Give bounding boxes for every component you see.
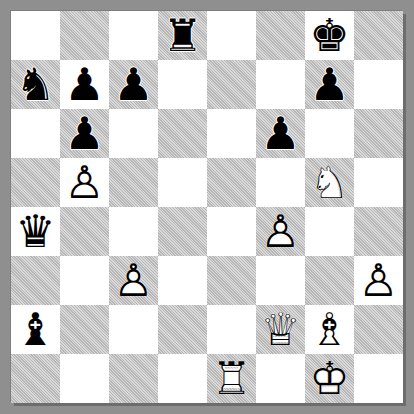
piece-black-queen-a4[interactable]: ♛ xyxy=(11,207,60,256)
square-e6[interactable] xyxy=(207,109,256,158)
chess-board-frame: ♜♚♞♟♟♟♟♟♟♙♞♘♛♟♙♟♙♟♙♝♛♕♝♗♜♖♚♔ xyxy=(0,0,414,414)
square-c2[interactable] xyxy=(109,305,158,354)
square-d1[interactable] xyxy=(158,354,207,403)
chess-board: ♜♚♞♟♟♟♟♟♟♙♞♘♛♟♙♟♙♟♙♝♛♕♝♗♜♖♚♔ xyxy=(11,11,403,403)
square-c7[interactable]: ♟ xyxy=(109,60,158,109)
square-d2[interactable] xyxy=(158,305,207,354)
square-c3[interactable]: ♟♙ xyxy=(109,256,158,305)
square-e5[interactable] xyxy=(207,158,256,207)
square-a1[interactable] xyxy=(11,354,60,403)
square-c5[interactable] xyxy=(109,158,158,207)
square-a3[interactable] xyxy=(11,256,60,305)
square-b8[interactable] xyxy=(60,11,109,60)
square-g5[interactable]: ♞♘ xyxy=(305,158,354,207)
square-g7[interactable]: ♟ xyxy=(305,60,354,109)
square-h8[interactable] xyxy=(354,11,403,60)
piece-black-king-g8[interactable]: ♚ xyxy=(305,11,354,60)
piece-black-pawn-f6[interactable]: ♟ xyxy=(256,109,305,158)
square-e2[interactable] xyxy=(207,305,256,354)
piece-black-pawn-g7[interactable]: ♟ xyxy=(305,60,354,109)
piece-black-knight-a7[interactable]: ♞ xyxy=(11,60,60,109)
square-h4[interactable] xyxy=(354,207,403,256)
square-b3[interactable] xyxy=(60,256,109,305)
square-g2[interactable]: ♝♗ xyxy=(305,305,354,354)
piece-black-pawn-b7[interactable]: ♟ xyxy=(60,60,109,109)
square-f1[interactable] xyxy=(256,354,305,403)
piece-black-pawn-c7[interactable]: ♟ xyxy=(109,60,158,109)
square-a8[interactable] xyxy=(11,11,60,60)
square-a6[interactable] xyxy=(11,109,60,158)
piece-black-rook-d8[interactable]: ♜ xyxy=(158,11,207,60)
piece-black-bishop-a2[interactable]: ♝ xyxy=(11,305,60,354)
piece-white-pawn-f4[interactable]: ♙ xyxy=(256,207,305,256)
piece-white-rook-e1[interactable]: ♖ xyxy=(207,354,256,403)
square-e3[interactable] xyxy=(207,256,256,305)
square-c8[interactable] xyxy=(109,11,158,60)
piece-black-pawn-b6[interactable]: ♟ xyxy=(60,109,109,158)
square-h7[interactable] xyxy=(354,60,403,109)
square-g4[interactable] xyxy=(305,207,354,256)
square-g1[interactable]: ♚♔ xyxy=(305,354,354,403)
square-g8[interactable]: ♚ xyxy=(305,11,354,60)
square-f4[interactable]: ♟♙ xyxy=(256,207,305,256)
square-c4[interactable] xyxy=(109,207,158,256)
piece-white-pawn-h3[interactable]: ♙ xyxy=(354,256,403,305)
piece-white-queen-f2[interactable]: ♕ xyxy=(256,305,305,354)
square-d3[interactable] xyxy=(158,256,207,305)
square-g3[interactable] xyxy=(305,256,354,305)
square-c1[interactable] xyxy=(109,354,158,403)
square-f7[interactable] xyxy=(256,60,305,109)
piece-white-pawn-c3[interactable]: ♙ xyxy=(109,256,158,305)
square-h2[interactable] xyxy=(354,305,403,354)
square-e7[interactable] xyxy=(207,60,256,109)
square-h3[interactable]: ♟♙ xyxy=(354,256,403,305)
square-b4[interactable] xyxy=(60,207,109,256)
square-f2[interactable]: ♛♕ xyxy=(256,305,305,354)
piece-white-knight-g5[interactable]: ♘ xyxy=(305,158,354,207)
piece-white-bishop-g2[interactable]: ♗ xyxy=(305,305,354,354)
square-b7[interactable]: ♟ xyxy=(60,60,109,109)
square-a7[interactable]: ♞ xyxy=(11,60,60,109)
square-h1[interactable] xyxy=(354,354,403,403)
square-d5[interactable] xyxy=(158,158,207,207)
square-d8[interactable]: ♜ xyxy=(158,11,207,60)
square-c6[interactable] xyxy=(109,109,158,158)
square-f6[interactable]: ♟ xyxy=(256,109,305,158)
square-h6[interactable] xyxy=(354,109,403,158)
square-b5[interactable]: ♟♙ xyxy=(60,158,109,207)
piece-white-pawn-b5[interactable]: ♙ xyxy=(60,158,109,207)
square-e1[interactable]: ♜♖ xyxy=(207,354,256,403)
square-f5[interactable] xyxy=(256,158,305,207)
square-b2[interactable] xyxy=(60,305,109,354)
square-a4[interactable]: ♛ xyxy=(11,207,60,256)
square-f3[interactable] xyxy=(256,256,305,305)
square-e8[interactable] xyxy=(207,11,256,60)
square-d6[interactable] xyxy=(158,109,207,158)
square-e4[interactable] xyxy=(207,207,256,256)
square-a2[interactable]: ♝ xyxy=(11,305,60,354)
square-a5[interactable] xyxy=(11,158,60,207)
square-b6[interactable]: ♟ xyxy=(60,109,109,158)
square-d4[interactable] xyxy=(158,207,207,256)
square-d7[interactable] xyxy=(158,60,207,109)
square-h5[interactable] xyxy=(354,158,403,207)
square-b1[interactable] xyxy=(60,354,109,403)
square-f8[interactable] xyxy=(256,11,305,60)
square-g6[interactable] xyxy=(305,109,354,158)
piece-white-king-g1[interactable]: ♔ xyxy=(305,354,354,403)
